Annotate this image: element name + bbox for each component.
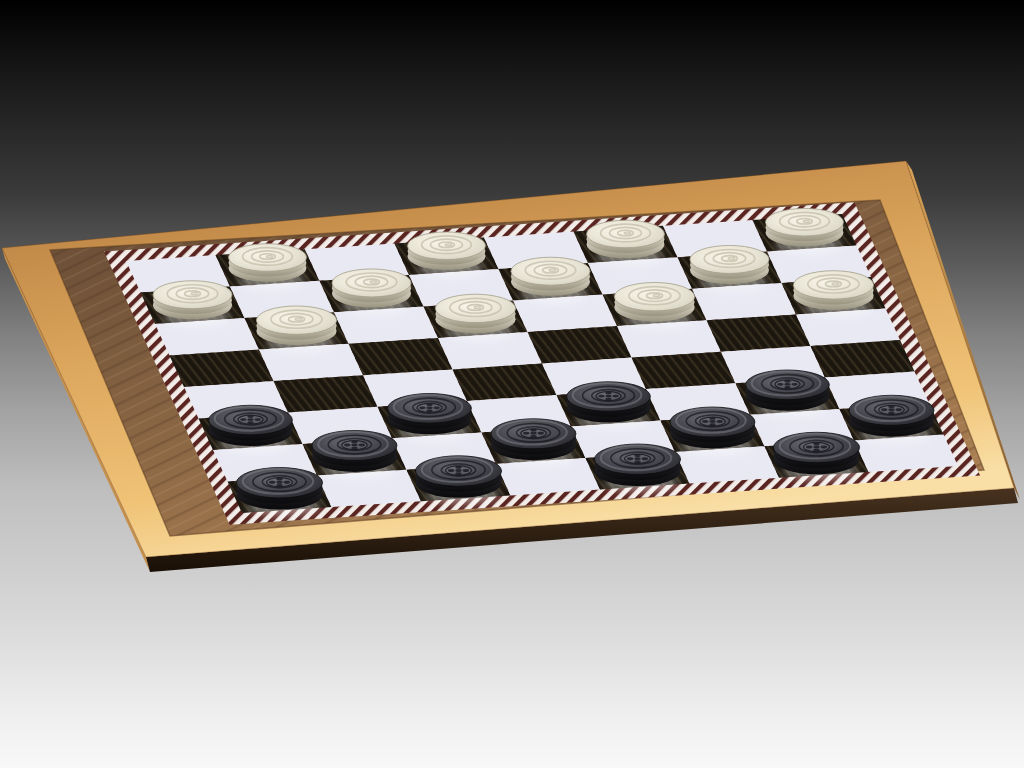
piece-white-man[interactable] <box>332 269 411 315</box>
piece-dot <box>896 408 902 411</box>
scene-background <box>0 0 1024 768</box>
piece-dot <box>881 408 887 411</box>
piece-black-man[interactable] <box>594 444 680 492</box>
piece-black-man[interactable] <box>773 432 859 480</box>
piece-dot <box>813 449 819 452</box>
piece-dot <box>813 446 819 449</box>
piece-dot <box>269 481 275 484</box>
piece-dot <box>777 383 783 386</box>
piece-white-man[interactable] <box>614 282 694 328</box>
piece-dot <box>605 395 611 398</box>
piece-white-man[interactable] <box>408 232 486 278</box>
piece-dot <box>255 418 261 421</box>
piece-dot <box>888 405 894 408</box>
piece-black-man[interactable] <box>388 394 472 442</box>
piece-dot <box>709 423 715 426</box>
piece-dot <box>792 383 798 386</box>
piece-black-man[interactable] <box>567 382 651 430</box>
piece-white-man[interactable] <box>587 220 665 266</box>
piece-dot <box>821 446 827 449</box>
square-texture <box>274 375 378 412</box>
square-texture <box>453 364 557 401</box>
piece-dot <box>276 484 282 487</box>
piece-dot <box>634 461 640 464</box>
piece-dot <box>709 417 715 420</box>
piece-dot <box>351 444 357 447</box>
piece-dot <box>359 444 365 447</box>
piece-dot <box>463 469 469 472</box>
piece-white-man[interactable] <box>793 271 873 317</box>
piece-dot <box>784 383 790 386</box>
piece-dot <box>240 418 246 421</box>
piece-dot <box>448 469 454 472</box>
piece-black-man[interactable] <box>746 370 830 418</box>
piece-dot <box>530 432 536 435</box>
checkers-board-render <box>0 0 1024 768</box>
piece-dot <box>627 457 633 460</box>
square-texture <box>170 350 274 387</box>
square-texture <box>632 352 736 389</box>
piece-white-man[interactable] <box>153 281 232 327</box>
piece-dot <box>455 472 461 475</box>
piece-white-man[interactable] <box>511 257 590 303</box>
piece-dot <box>351 447 357 450</box>
piece-black-man[interactable] <box>415 456 501 504</box>
piece-black-man[interactable] <box>209 405 293 453</box>
piece-dot <box>351 440 357 443</box>
piece-dot <box>247 421 253 424</box>
piece-dot <box>888 408 894 411</box>
piece-dot <box>344 444 350 447</box>
piece-dot <box>613 395 619 398</box>
piece-white-man[interactable] <box>766 208 844 254</box>
piece-dot <box>605 398 611 401</box>
piece-dot <box>806 446 812 449</box>
piece-dot <box>538 432 544 435</box>
piece-dot <box>426 410 432 413</box>
piece-dot <box>455 469 461 472</box>
piece-dot <box>530 435 536 438</box>
piece-black-man[interactable] <box>670 407 755 455</box>
piece-dot <box>523 432 529 435</box>
piece-dot <box>634 457 640 460</box>
piece-white-man[interactable] <box>229 244 307 290</box>
piece-dot <box>717 420 723 423</box>
piece-dot <box>605 392 611 395</box>
square-texture <box>349 338 453 375</box>
piece-black-man[interactable] <box>236 468 322 516</box>
piece-dot <box>634 454 640 457</box>
piece-dot <box>276 481 282 484</box>
piece-white-man[interactable] <box>690 245 769 291</box>
piece-dot <box>434 406 440 409</box>
square-texture <box>528 326 632 363</box>
piece-dot <box>598 395 604 398</box>
piece-white-man[interactable] <box>435 294 515 340</box>
piece-black-man[interactable] <box>491 419 576 467</box>
piece-dot <box>709 420 715 423</box>
piece-dot <box>642 457 648 460</box>
square-texture <box>811 340 915 377</box>
piece-dot <box>784 386 790 389</box>
piece-dot <box>888 412 894 415</box>
piece-dot <box>813 442 819 445</box>
piece-dot <box>276 478 282 481</box>
piece-dot <box>426 403 432 406</box>
piece-dot <box>784 380 790 383</box>
square-texture <box>707 314 811 351</box>
piece-dot <box>247 415 253 418</box>
piece-dot <box>455 466 461 469</box>
piece-dot <box>702 420 708 423</box>
piece-dot <box>247 418 253 421</box>
piece-dot <box>284 481 290 484</box>
piece-white-man[interactable] <box>256 306 336 352</box>
piece-dot <box>530 429 536 432</box>
piece-black-man[interactable] <box>312 431 397 479</box>
piece-dot <box>426 406 432 409</box>
piece-dot <box>419 406 425 409</box>
piece-black-man[interactable] <box>849 395 934 443</box>
